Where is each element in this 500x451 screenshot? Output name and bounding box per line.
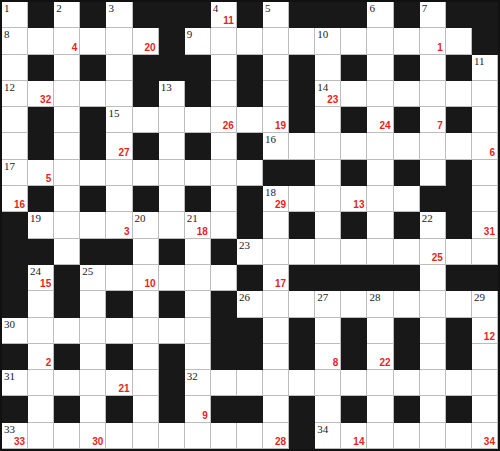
cell-16-1[interactable]	[28, 423, 54, 449]
block-10-0	[2, 265, 28, 291]
cell-2-0[interactable]	[2, 55, 28, 81]
cell-16-18[interactable]: 34	[472, 423, 498, 449]
cell-16-13[interactable]: 14	[341, 423, 367, 449]
block-10-2	[54, 265, 80, 291]
cell-1-2[interactable]: 4	[54, 28, 80, 54]
block-12-13	[341, 318, 367, 344]
cell-4-4[interactable]: 15	[106, 107, 132, 133]
cell-10-16[interactable]	[420, 265, 446, 291]
cell-9-14[interactable]	[367, 239, 393, 265]
cell-13-16[interactable]	[420, 344, 446, 370]
cell-14-4[interactable]: 21	[106, 370, 132, 396]
cell-10-5[interactable]: 10	[133, 265, 159, 291]
cell-2-8[interactable]	[211, 55, 237, 81]
cell-12-14[interactable]	[367, 318, 393, 344]
cell-6-14[interactable]	[367, 160, 393, 186]
block-15-8	[211, 396, 237, 422]
cell-9-9[interactable]: 23	[237, 239, 263, 265]
cell-14-13[interactable]	[341, 370, 367, 396]
cell-3-15[interactable]	[394, 81, 420, 107]
cell-9-12[interactable]	[315, 239, 341, 265]
clue-number-22: 22	[422, 212, 433, 224]
block-9-0	[2, 239, 28, 265]
cell-1-9[interactable]	[237, 28, 263, 54]
cell-16-4[interactable]	[106, 423, 132, 449]
cell-1-17[interactable]	[446, 28, 472, 54]
block-10-9	[237, 265, 263, 291]
cell-16-15[interactable]	[394, 423, 420, 449]
cell-6-6[interactable]	[159, 160, 185, 186]
cell-3-18[interactable]	[472, 81, 498, 107]
cell-5-18[interactable]: 6	[472, 133, 498, 159]
block-13-17	[446, 344, 472, 370]
cell-16-14[interactable]	[367, 423, 393, 449]
cell-9-10[interactable]	[263, 239, 289, 265]
cell-14-16[interactable]	[420, 370, 446, 396]
cell-16-3[interactable]: 30	[80, 423, 106, 449]
cell-11-7[interactable]	[185, 291, 211, 317]
cell-3-14[interactable]	[367, 81, 393, 107]
block-13-0	[2, 344, 28, 370]
cell-16-8[interactable]	[211, 423, 237, 449]
cell-8-1[interactable]: 19	[28, 212, 54, 238]
key-number-3: 3	[124, 226, 130, 237]
cell-5-8[interactable]	[211, 133, 237, 159]
cell-12-2[interactable]	[54, 318, 80, 344]
cell-11-9[interactable]: 26	[237, 291, 263, 317]
cell-1-12[interactable]: 10	[315, 28, 341, 54]
cell-16-12[interactable]: 34	[315, 423, 341, 449]
block-8-11	[289, 212, 315, 238]
cell-13-5[interactable]	[133, 344, 159, 370]
cell-10-7[interactable]	[185, 265, 211, 291]
block-7-7	[185, 186, 211, 212]
block-10-17	[446, 265, 472, 291]
cell-7-13[interactable]: 13	[341, 186, 367, 212]
cell-5-2[interactable]	[54, 133, 80, 159]
cell-1-4[interactable]	[106, 28, 132, 54]
cell-16-6[interactable]	[159, 423, 185, 449]
cell-10-10[interactable]: 17	[263, 265, 289, 291]
cell-4-6[interactable]	[159, 107, 185, 133]
cell-3-1[interactable]: 32	[28, 81, 54, 107]
clue-number-9: 9	[187, 28, 193, 40]
cell-16-9[interactable]	[237, 423, 263, 449]
block-8-0	[2, 212, 28, 238]
cell-1-8[interactable]	[211, 28, 237, 54]
cell-7-10[interactable]: 1829	[263, 186, 289, 212]
cell-3-17[interactable]	[446, 81, 472, 107]
block-12-8	[211, 318, 237, 344]
cell-5-11[interactable]	[289, 133, 315, 159]
cell-3-10[interactable]	[263, 81, 289, 107]
cell-1-5[interactable]: 20	[133, 28, 159, 54]
cell-9-13[interactable]	[341, 239, 367, 265]
cell-12-12[interactable]	[315, 318, 341, 344]
block-7-9	[237, 186, 263, 212]
cell-7-14[interactable]	[367, 186, 393, 212]
clue-number-6: 6	[369, 2, 375, 14]
cell-14-8[interactable]	[211, 370, 237, 396]
cell-8-14[interactable]	[367, 212, 393, 238]
cell-8-16[interactable]: 22	[420, 212, 446, 238]
cell-5-14[interactable]	[367, 133, 393, 159]
cell-6-2[interactable]	[54, 160, 80, 186]
cell-1-14[interactable]	[367, 28, 393, 54]
cell-6-1[interactable]: 5	[28, 160, 54, 186]
cell-13-14[interactable]: 22	[367, 344, 393, 370]
cell-5-17[interactable]	[446, 133, 472, 159]
cell-12-3[interactable]	[80, 318, 106, 344]
cell-9-5[interactable]	[133, 239, 159, 265]
cell-6-0[interactable]: 17	[2, 160, 28, 186]
cell-15-14[interactable]	[367, 396, 393, 422]
cell-12-0[interactable]: 30	[2, 318, 28, 344]
key-number-8: 8	[333, 357, 339, 368]
cell-9-7[interactable]	[185, 239, 211, 265]
block-4-17	[446, 107, 472, 133]
block-2-17	[446, 55, 472, 81]
cell-13-18[interactable]	[472, 344, 498, 370]
block-3-11	[289, 81, 315, 107]
cell-5-10[interactable]: 16	[263, 133, 289, 159]
cell-14-9[interactable]	[237, 370, 263, 396]
clue-number-3: 3	[108, 2, 114, 14]
cell-7-11[interactable]	[289, 186, 315, 212]
cell-12-16[interactable]	[420, 318, 446, 344]
cell-1-3[interactable]	[80, 28, 106, 54]
cell-3-8[interactable]	[211, 81, 237, 107]
key-number-14: 14	[353, 436, 364, 447]
cell-13-10[interactable]	[263, 344, 289, 370]
cell-7-15[interactable]	[394, 186, 420, 212]
cell-3-6[interactable]: 13	[159, 81, 185, 107]
cell-5-12[interactable]	[315, 133, 341, 159]
key-number-11: 11	[223, 15, 234, 26]
cell-1-1[interactable]	[28, 28, 54, 54]
block-12-17	[446, 318, 472, 344]
block-15-15	[394, 396, 420, 422]
cell-14-5[interactable]	[133, 370, 159, 396]
clue-number-28: 28	[369, 291, 380, 303]
cell-16-10[interactable]: 28	[263, 423, 289, 449]
cell-3-16[interactable]	[420, 81, 446, 107]
cell-15-7[interactable]: 9	[185, 396, 211, 422]
cell-8-18[interactable]: 31	[472, 212, 498, 238]
cell-8-8[interactable]	[211, 212, 237, 238]
block-3-9	[237, 81, 263, 107]
cell-4-2[interactable]	[54, 107, 80, 133]
block-15-0	[2, 396, 28, 422]
key-number-1: 1	[437, 42, 443, 53]
cell-12-6[interactable]	[159, 318, 185, 344]
cell-14-10[interactable]	[263, 370, 289, 396]
cell-8-12[interactable]	[315, 212, 341, 238]
cell-1-15[interactable]	[394, 28, 420, 54]
clue-number-23: 23	[239, 239, 250, 251]
cell-8-5[interactable]: 20	[133, 212, 159, 238]
block-15-2	[54, 396, 80, 422]
cell-7-4[interactable]	[106, 186, 132, 212]
cell-14-11[interactable]	[289, 370, 315, 396]
block-2-15	[394, 55, 420, 81]
cell-11-14[interactable]: 28	[367, 291, 393, 317]
cell-2-10[interactable]	[263, 55, 289, 81]
cell-15-3[interactable]	[80, 396, 106, 422]
cell-0-0[interactable]: 1	[2, 2, 28, 28]
cell-14-12[interactable]	[315, 370, 341, 396]
cell-4-12[interactable]	[315, 107, 341, 133]
cell-16-0[interactable]: 3333	[2, 423, 28, 449]
cell-11-18[interactable]: 29	[472, 291, 498, 317]
clue-number-26: 26	[239, 291, 250, 303]
block-4-15	[394, 107, 420, 133]
clue-number-30: 30	[4, 318, 15, 330]
key-number-28: 28	[275, 436, 286, 447]
cell-8-10[interactable]	[263, 212, 289, 238]
cell-7-6[interactable]	[159, 186, 185, 212]
cell-10-3[interactable]: 25	[80, 265, 106, 291]
cell-1-7[interactable]: 9	[185, 28, 211, 54]
cell-6-5[interactable]	[133, 160, 159, 186]
key-number-32: 32	[40, 94, 51, 105]
cell-0-4[interactable]: 3	[106, 2, 132, 28]
cell-10-6[interactable]	[159, 265, 185, 291]
cell-8-6[interactable]	[159, 212, 185, 238]
cell-0-2[interactable]: 2	[54, 2, 80, 28]
block-11-4	[106, 291, 132, 317]
cell-6-4[interactable]	[106, 160, 132, 186]
cell-7-2[interactable]	[54, 186, 80, 212]
block-4-11	[289, 107, 315, 133]
block-3-5	[133, 81, 159, 107]
block-1-18	[472, 28, 498, 54]
cell-2-2[interactable]	[54, 55, 80, 81]
cell-3-2[interactable]	[54, 81, 80, 107]
cell-12-5[interactable]	[133, 318, 159, 344]
key-number-16: 16	[14, 199, 25, 210]
cell-14-3[interactable]	[80, 370, 106, 396]
cell-7-8[interactable]	[211, 186, 237, 212]
cell-0-10[interactable]: 5	[263, 2, 289, 28]
block-10-13	[341, 265, 367, 291]
cell-2-16[interactable]	[420, 55, 446, 81]
cell-4-16[interactable]: 7	[420, 107, 446, 133]
cell-6-12[interactable]	[315, 160, 341, 186]
cell-8-2[interactable]	[54, 212, 80, 238]
block-6-13	[341, 160, 367, 186]
key-number-34: 34	[484, 436, 495, 447]
block-2-1	[28, 55, 54, 81]
block-2-13	[341, 55, 367, 81]
block-10-11	[289, 265, 315, 291]
cell-7-18[interactable]	[472, 186, 498, 212]
cell-15-10[interactable]	[263, 396, 289, 422]
cell-11-13[interactable]	[341, 291, 367, 317]
block-2-5	[133, 55, 159, 81]
cell-6-9[interactable]	[237, 160, 263, 186]
block-0-6	[159, 2, 185, 28]
cell-16-17[interactable]	[446, 423, 472, 449]
cell-1-11[interactable]	[289, 28, 315, 54]
cell-14-18[interactable]	[472, 370, 498, 396]
block-8-17	[446, 212, 472, 238]
cell-12-4[interactable]	[106, 318, 132, 344]
cell-8-7[interactable]: 2118	[185, 212, 211, 238]
cell-12-10[interactable]	[263, 318, 289, 344]
cell-11-1[interactable]	[28, 291, 54, 317]
cell-9-16[interactable]: 25	[420, 239, 446, 265]
cell-6-18[interactable]	[472, 160, 498, 186]
cell-8-4[interactable]: 3	[106, 212, 132, 238]
clue-number-18: 18	[265, 186, 276, 198]
cell-16-7[interactable]	[185, 423, 211, 449]
cell-15-5[interactable]	[133, 396, 159, 422]
cell-15-12[interactable]	[315, 396, 341, 422]
cell-14-2[interactable]	[54, 370, 80, 396]
cell-4-18[interactable]	[472, 107, 498, 133]
block-15-13	[341, 396, 367, 422]
cell-15-16[interactable]	[420, 396, 446, 422]
cell-5-6[interactable]	[159, 133, 185, 159]
block-12-15	[394, 318, 420, 344]
cell-10-4[interactable]	[106, 265, 132, 291]
cell-13-12[interactable]: 8	[315, 344, 341, 370]
cell-10-8[interactable]	[211, 265, 237, 291]
cell-9-2[interactable]	[54, 239, 80, 265]
cell-14-0[interactable]: 31	[2, 370, 28, 396]
cell-12-18[interactable]: 12	[472, 318, 498, 344]
cell-9-11[interactable]	[289, 239, 315, 265]
cell-14-1[interactable]	[28, 370, 54, 396]
cell-4-14[interactable]: 24	[367, 107, 393, 133]
clue-number-14: 14	[317, 81, 328, 93]
block-4-3	[80, 107, 106, 133]
block-13-6	[159, 344, 185, 370]
cell-7-12[interactable]	[315, 186, 341, 212]
block-0-11	[289, 2, 315, 28]
cell-2-12[interactable]	[315, 55, 341, 81]
cell-4-5[interactable]	[133, 107, 159, 133]
cell-3-4[interactable]	[106, 81, 132, 107]
cell-11-12[interactable]: 27	[315, 291, 341, 317]
block-5-9	[237, 133, 263, 159]
block-10-18	[472, 265, 498, 291]
cell-4-8[interactable]: 26	[211, 107, 237, 133]
cell-11-15[interactable]	[394, 291, 420, 317]
cell-0-14[interactable]: 6	[367, 2, 393, 28]
block-2-6	[159, 55, 185, 81]
cell-4-7[interactable]	[185, 107, 211, 133]
cell-1-0[interactable]: 8	[2, 28, 28, 54]
cell-2-14[interactable]	[367, 55, 393, 81]
block-4-1	[28, 107, 54, 133]
cell-13-1[interactable]: 2	[28, 344, 54, 370]
cell-5-15[interactable]	[394, 133, 420, 159]
cell-0-8[interactable]: 411	[211, 2, 237, 28]
cell-1-10[interactable]	[263, 28, 289, 54]
cell-7-0[interactable]: 16	[2, 186, 28, 212]
cell-11-5[interactable]	[133, 291, 159, 317]
block-2-11	[289, 55, 315, 81]
block-2-3	[80, 55, 106, 81]
cell-6-7[interactable]	[185, 160, 211, 186]
block-13-4	[106, 344, 132, 370]
block-13-8	[211, 344, 237, 370]
cell-16-16[interactable]	[420, 423, 446, 449]
cell-5-16[interactable]	[420, 133, 446, 159]
cell-6-16[interactable]	[420, 160, 446, 186]
key-number-18: 18	[197, 226, 208, 237]
cell-11-16[interactable]	[420, 291, 446, 317]
cell-11-17[interactable]	[446, 291, 472, 317]
cell-12-7[interactable]	[185, 318, 211, 344]
cell-15-18[interactable]	[472, 396, 498, 422]
cell-5-13[interactable]	[341, 133, 367, 159]
cell-15-1[interactable]	[28, 396, 54, 422]
cell-9-18[interactable]	[472, 239, 498, 265]
cell-14-15[interactable]	[394, 370, 420, 396]
cell-14-17[interactable]	[446, 370, 472, 396]
cell-5-0[interactable]	[2, 133, 28, 159]
cell-8-3[interactable]	[80, 212, 106, 238]
clue-number-16: 16	[265, 133, 276, 145]
cell-14-7[interactable]: 32	[185, 370, 211, 396]
cell-11-3[interactable]	[80, 291, 106, 317]
cell-3-12[interactable]: 1423	[315, 81, 341, 107]
cell-16-2[interactable]	[54, 423, 80, 449]
block-7-17	[446, 186, 472, 212]
block-15-4	[106, 396, 132, 422]
cell-0-16[interactable]: 7	[420, 2, 446, 28]
cell-4-0[interactable]	[2, 107, 28, 133]
block-5-3	[80, 133, 106, 159]
key-number-19: 19	[275, 120, 286, 131]
cell-12-1[interactable]	[28, 318, 54, 344]
clue-number-20: 20	[135, 212, 146, 224]
cell-6-3[interactable]	[80, 160, 106, 186]
cell-3-0[interactable]: 12	[2, 81, 28, 107]
cell-1-13[interactable]	[341, 28, 367, 54]
clue-number-32: 32	[187, 370, 198, 382]
clue-number-17: 17	[4, 160, 15, 172]
cell-13-7[interactable]	[185, 344, 211, 370]
cell-3-3[interactable]	[80, 81, 106, 107]
cell-2-18[interactable]: 11	[472, 55, 498, 81]
clue-number-5: 5	[265, 2, 271, 14]
cell-9-17[interactable]	[446, 239, 472, 265]
cell-11-11[interactable]	[289, 291, 315, 317]
cell-14-14[interactable]	[367, 370, 393, 396]
block-11-6	[159, 291, 185, 317]
clue-number-21: 21	[187, 212, 198, 224]
cell-4-9[interactable]	[237, 107, 263, 133]
cell-1-16[interactable]: 1	[420, 28, 446, 54]
cell-2-4[interactable]	[106, 55, 132, 81]
key-number-13: 13	[353, 199, 364, 210]
cell-3-13[interactable]	[341, 81, 367, 107]
cell-5-4[interactable]: 27	[106, 133, 132, 159]
cell-16-5[interactable]	[133, 423, 159, 449]
cell-4-10[interactable]: 19	[263, 107, 289, 133]
cell-13-3[interactable]	[80, 344, 106, 370]
cell-6-8[interactable]	[211, 160, 237, 186]
key-number-29: 29	[275, 199, 286, 210]
block-13-13	[341, 344, 367, 370]
cell-10-1[interactable]: 2415	[28, 265, 54, 291]
cell-11-10[interactable]	[263, 291, 289, 317]
cell-9-15[interactable]	[394, 239, 420, 265]
